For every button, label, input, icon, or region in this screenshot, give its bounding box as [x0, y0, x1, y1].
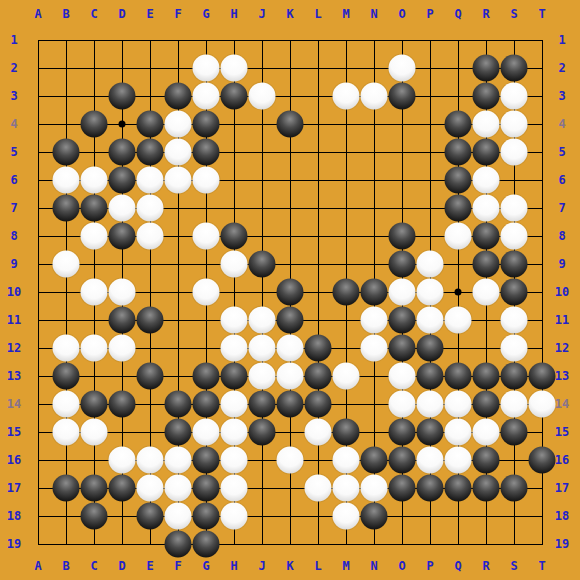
- stone-white-H14: [221, 391, 248, 418]
- stone-white-D12: [109, 335, 136, 362]
- stone-black-O17: [389, 475, 416, 502]
- stone-black-H8: [221, 223, 248, 250]
- col-label-bottom-B: B: [52, 558, 80, 574]
- stone-black-D11: [109, 307, 136, 334]
- col-label-bottom-K: K: [276, 558, 304, 574]
- col-label-bottom-F: F: [164, 558, 192, 574]
- col-label-top-E: E: [136, 6, 164, 22]
- stone-white-J13: [249, 363, 276, 390]
- col-label-top-D: D: [108, 6, 136, 22]
- stone-black-B17: [53, 475, 80, 502]
- stone-black-L12: [305, 335, 332, 362]
- stone-white-R7: [473, 195, 500, 222]
- col-label-bottom-P: P: [416, 558, 444, 574]
- stone-black-P15: [417, 419, 444, 446]
- stone-white-B14: [53, 391, 80, 418]
- stone-black-D3: [109, 83, 136, 110]
- stone-white-R15: [473, 419, 500, 446]
- row-label-right-8: 8: [548, 228, 576, 244]
- stone-white-B9: [53, 251, 80, 278]
- stone-black-C14: [81, 391, 108, 418]
- stone-black-C7: [81, 195, 108, 222]
- stone-white-N3: [361, 83, 388, 110]
- row-label-left-9: 9: [0, 256, 28, 272]
- stone-black-O8: [389, 223, 416, 250]
- col-label-top-K: K: [276, 6, 304, 22]
- col-label-bottom-A: A: [24, 558, 52, 574]
- stone-black-D5: [109, 139, 136, 166]
- stone-white-D7: [109, 195, 136, 222]
- stone-black-R9: [473, 251, 500, 278]
- col-label-top-L: L: [304, 6, 332, 22]
- star-point-D4: [119, 121, 126, 128]
- stone-black-T16: [529, 447, 556, 474]
- stone-white-C8: [81, 223, 108, 250]
- stone-black-J14: [249, 391, 276, 418]
- stone-black-R14: [473, 391, 500, 418]
- stone-black-R8: [473, 223, 500, 250]
- col-label-top-N: N: [360, 6, 388, 22]
- row-label-right-11: 11: [548, 312, 576, 328]
- stone-white-S4: [501, 111, 528, 138]
- stone-white-Q16: [445, 447, 472, 474]
- stone-black-O12: [389, 335, 416, 362]
- stone-white-H15: [221, 419, 248, 446]
- stone-white-K13: [277, 363, 304, 390]
- col-label-top-G: G: [192, 6, 220, 22]
- stone-white-E16: [137, 447, 164, 474]
- stone-white-C12: [81, 335, 108, 362]
- stone-white-P10: [417, 279, 444, 306]
- col-label-top-B: B: [52, 6, 80, 22]
- stone-black-R2: [473, 55, 500, 82]
- stone-black-H13: [221, 363, 248, 390]
- stone-white-G8: [193, 223, 220, 250]
- stone-white-G10: [193, 279, 220, 306]
- col-label-top-F: F: [164, 6, 192, 22]
- stone-white-R4: [473, 111, 500, 138]
- row-label-left-7: 7: [0, 200, 28, 216]
- stone-white-E7: [137, 195, 164, 222]
- col-label-bottom-N: N: [360, 558, 388, 574]
- stone-white-D10: [109, 279, 136, 306]
- row-label-left-17: 17: [0, 480, 28, 496]
- stone-black-S13: [501, 363, 528, 390]
- stone-black-H3: [221, 83, 248, 110]
- stone-white-J12: [249, 335, 276, 362]
- stone-white-S8: [501, 223, 528, 250]
- stone-white-E8: [137, 223, 164, 250]
- stone-black-C18: [81, 503, 108, 530]
- stone-white-M18: [333, 503, 360, 530]
- stone-white-H11: [221, 307, 248, 334]
- stone-white-M3: [333, 83, 360, 110]
- stone-white-K16: [277, 447, 304, 474]
- row-label-left-6: 6: [0, 172, 28, 188]
- stone-white-J11: [249, 307, 276, 334]
- stone-black-M15: [333, 419, 360, 446]
- stone-white-Q8: [445, 223, 472, 250]
- stone-black-N10: [361, 279, 388, 306]
- stone-black-G5: [193, 139, 220, 166]
- col-label-top-O: O: [388, 6, 416, 22]
- row-label-left-3: 3: [0, 88, 28, 104]
- row-label-left-10: 10: [0, 284, 28, 300]
- stone-black-F15: [165, 419, 192, 446]
- stone-black-B7: [53, 195, 80, 222]
- stone-black-E11: [137, 307, 164, 334]
- stone-black-T13: [529, 363, 556, 390]
- stone-black-D8: [109, 223, 136, 250]
- row-label-right-9: 9: [548, 256, 576, 272]
- stone-white-P16: [417, 447, 444, 474]
- stone-black-R5: [473, 139, 500, 166]
- stone-black-J9: [249, 251, 276, 278]
- stone-white-E17: [137, 475, 164, 502]
- col-label-bottom-R: R: [472, 558, 500, 574]
- stone-black-Q4: [445, 111, 472, 138]
- row-label-left-13: 13: [0, 368, 28, 384]
- go-board-app: AABBCCDDEEFFGGHHJJKKLLMMNNOOPPQQRRSSTT11…: [0, 0, 580, 580]
- stone-white-C15: [81, 419, 108, 446]
- col-label-top-Q: Q: [444, 6, 472, 22]
- stone-black-L14: [305, 391, 332, 418]
- stone-black-O16: [389, 447, 416, 474]
- col-label-top-P: P: [416, 6, 444, 22]
- stone-black-G18: [193, 503, 220, 530]
- stone-black-N16: [361, 447, 388, 474]
- stone-black-K10: [277, 279, 304, 306]
- stone-black-K14: [277, 391, 304, 418]
- row-label-right-12: 12: [548, 340, 576, 356]
- stone-black-D17: [109, 475, 136, 502]
- stone-white-Q11: [445, 307, 472, 334]
- stone-white-G3: [193, 83, 220, 110]
- stone-black-C17: [81, 475, 108, 502]
- stone-white-R10: [473, 279, 500, 306]
- col-label-bottom-H: H: [220, 558, 248, 574]
- stone-white-F18: [165, 503, 192, 530]
- stone-black-Q17: [445, 475, 472, 502]
- stone-black-D6: [109, 167, 136, 194]
- col-label-bottom-T: T: [528, 558, 556, 574]
- stone-black-L13: [305, 363, 332, 390]
- col-label-bottom-C: C: [80, 558, 108, 574]
- stone-black-S15: [501, 419, 528, 446]
- stone-black-S9: [501, 251, 528, 278]
- row-label-left-19: 19: [0, 536, 28, 552]
- row-label-right-15: 15: [548, 424, 576, 440]
- row-label-right-19: 19: [548, 536, 576, 552]
- stone-white-P11: [417, 307, 444, 334]
- stone-white-T14: [529, 391, 556, 418]
- row-label-left-15: 15: [0, 424, 28, 440]
- col-label-bottom-Q: Q: [444, 558, 472, 574]
- stone-black-F3: [165, 83, 192, 110]
- stone-black-B5: [53, 139, 80, 166]
- col-label-top-A: A: [24, 6, 52, 22]
- stone-black-P12: [417, 335, 444, 362]
- stone-white-R6: [473, 167, 500, 194]
- stone-white-N11: [361, 307, 388, 334]
- stone-black-G4: [193, 111, 220, 138]
- stone-black-B13: [53, 363, 80, 390]
- row-label-left-11: 11: [0, 312, 28, 328]
- stone-white-S3: [501, 83, 528, 110]
- stone-white-C6: [81, 167, 108, 194]
- stone-white-H17: [221, 475, 248, 502]
- stone-white-Q15: [445, 419, 472, 446]
- stone-black-R17: [473, 475, 500, 502]
- row-label-right-4: 4: [548, 116, 576, 132]
- stone-white-H18: [221, 503, 248, 530]
- row-label-left-16: 16: [0, 452, 28, 468]
- stone-black-P17: [417, 475, 444, 502]
- stone-white-O2: [389, 55, 416, 82]
- stone-white-S12: [501, 335, 528, 362]
- stone-white-H16: [221, 447, 248, 474]
- stone-black-E13: [137, 363, 164, 390]
- stone-white-G6: [193, 167, 220, 194]
- stone-black-R16: [473, 447, 500, 474]
- row-label-right-1: 1: [548, 32, 576, 48]
- stone-black-O15: [389, 419, 416, 446]
- stone-white-M13: [333, 363, 360, 390]
- stone-black-O11: [389, 307, 416, 334]
- col-label-top-R: R: [472, 6, 500, 22]
- stone-black-O3: [389, 83, 416, 110]
- stone-white-H2: [221, 55, 248, 82]
- col-label-bottom-D: D: [108, 558, 136, 574]
- stone-black-J15: [249, 419, 276, 446]
- stone-black-Q7: [445, 195, 472, 222]
- stone-black-K11: [277, 307, 304, 334]
- stone-white-F16: [165, 447, 192, 474]
- col-label-bottom-G: G: [192, 558, 220, 574]
- stone-black-G16: [193, 447, 220, 474]
- stone-black-F19: [165, 531, 192, 558]
- stone-white-J3: [249, 83, 276, 110]
- star-point-Q10: [455, 289, 462, 296]
- row-label-right-17: 17: [548, 480, 576, 496]
- stone-black-C4: [81, 111, 108, 138]
- row-label-left-5: 5: [0, 144, 28, 160]
- stone-white-Q14: [445, 391, 472, 418]
- row-label-left-1: 1: [0, 32, 28, 48]
- col-label-bottom-L: L: [304, 558, 332, 574]
- row-label-right-5: 5: [548, 144, 576, 160]
- stone-black-G19: [193, 531, 220, 558]
- stone-white-N17: [361, 475, 388, 502]
- stone-white-L15: [305, 419, 332, 446]
- row-label-right-10: 10: [548, 284, 576, 300]
- stone-white-S11: [501, 307, 528, 334]
- col-label-bottom-S: S: [500, 558, 528, 574]
- col-label-top-M: M: [332, 6, 360, 22]
- stone-white-M16: [333, 447, 360, 474]
- stone-white-F4: [165, 111, 192, 138]
- stone-white-P14: [417, 391, 444, 418]
- stone-white-O14: [389, 391, 416, 418]
- stone-white-P9: [417, 251, 444, 278]
- stone-white-D16: [109, 447, 136, 474]
- stone-white-E6: [137, 167, 164, 194]
- stone-black-R3: [473, 83, 500, 110]
- stone-white-B12: [53, 335, 80, 362]
- stone-black-Q6: [445, 167, 472, 194]
- stone-black-E4: [137, 111, 164, 138]
- row-label-right-7: 7: [548, 200, 576, 216]
- row-label-left-18: 18: [0, 508, 28, 524]
- stone-white-G2: [193, 55, 220, 82]
- col-label-top-C: C: [80, 6, 108, 22]
- stone-black-F14: [165, 391, 192, 418]
- stone-white-B6: [53, 167, 80, 194]
- stone-white-S5: [501, 139, 528, 166]
- col-label-top-S: S: [500, 6, 528, 22]
- row-label-left-8: 8: [0, 228, 28, 244]
- col-label-bottom-J: J: [248, 558, 276, 574]
- col-label-bottom-M: M: [332, 558, 360, 574]
- stone-white-S7: [501, 195, 528, 222]
- stone-black-S17: [501, 475, 528, 502]
- stone-black-K4: [277, 111, 304, 138]
- row-label-left-14: 14: [0, 396, 28, 412]
- stone-white-H9: [221, 251, 248, 278]
- col-label-bottom-O: O: [388, 558, 416, 574]
- col-label-top-T: T: [528, 6, 556, 22]
- stone-black-P13: [417, 363, 444, 390]
- stone-black-E18: [137, 503, 164, 530]
- stone-white-K12: [277, 335, 304, 362]
- row-label-left-4: 4: [0, 116, 28, 132]
- col-label-bottom-E: E: [136, 558, 164, 574]
- stone-black-G14: [193, 391, 220, 418]
- row-label-right-3: 3: [548, 88, 576, 104]
- stone-black-O9: [389, 251, 416, 278]
- stone-white-F17: [165, 475, 192, 502]
- stone-white-B15: [53, 419, 80, 446]
- stone-white-F6: [165, 167, 192, 194]
- stone-white-F5: [165, 139, 192, 166]
- row-label-left-12: 12: [0, 340, 28, 356]
- row-label-right-6: 6: [548, 172, 576, 188]
- stone-white-O10: [389, 279, 416, 306]
- stone-black-N18: [361, 503, 388, 530]
- stone-black-G17: [193, 475, 220, 502]
- stone-black-Q13: [445, 363, 472, 390]
- stone-black-Q5: [445, 139, 472, 166]
- stone-black-G13: [193, 363, 220, 390]
- stone-black-D14: [109, 391, 136, 418]
- row-label-right-2: 2: [548, 60, 576, 76]
- stone-black-E5: [137, 139, 164, 166]
- col-label-top-J: J: [248, 6, 276, 22]
- stone-white-G15: [193, 419, 220, 446]
- stone-black-R13: [473, 363, 500, 390]
- col-label-top-H: H: [220, 6, 248, 22]
- stone-white-H12: [221, 335, 248, 362]
- stone-black-S10: [501, 279, 528, 306]
- row-label-left-2: 2: [0, 60, 28, 76]
- stone-white-S14: [501, 391, 528, 418]
- stone-white-N12: [361, 335, 388, 362]
- stone-white-C10: [81, 279, 108, 306]
- stone-white-L17: [305, 475, 332, 502]
- stone-black-S2: [501, 55, 528, 82]
- stone-black-M10: [333, 279, 360, 306]
- row-label-right-18: 18: [548, 508, 576, 524]
- stone-white-M17: [333, 475, 360, 502]
- stone-white-O13: [389, 363, 416, 390]
